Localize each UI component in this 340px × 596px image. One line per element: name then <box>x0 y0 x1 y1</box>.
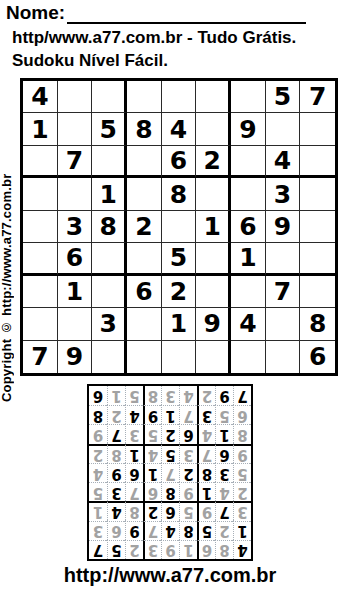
sudoku-cell: 7 <box>107 424 125 443</box>
sudoku-cell <box>196 81 231 113</box>
sudoku-cell: 8 <box>143 386 161 405</box>
sudoku-cell: 2 <box>107 405 125 424</box>
sudoku-cell: 1 <box>107 386 125 405</box>
sudoku-cell <box>23 211 58 243</box>
sudoku-cell: 7 <box>266 276 301 308</box>
sudoku-cell: 4 <box>107 501 125 520</box>
sudoku-cell <box>196 243 231 275</box>
sudoku-cell: 1 <box>197 482 215 501</box>
sudoku-cell: 9 <box>89 424 107 443</box>
sudoku-cell <box>231 146 266 178</box>
sudoku-cell <box>266 243 301 275</box>
sudoku-cell: 5 <box>92 113 127 145</box>
sudoku-cell: 3 <box>266 178 301 210</box>
sudoku-cell: 6 <box>89 386 107 405</box>
sudoku-cell <box>92 243 127 275</box>
sudoku-cell: 7 <box>179 405 197 424</box>
sudoku-cell: 2 <box>215 521 233 540</box>
sudoku-cell: 7 <box>143 521 161 540</box>
sudoku-cell: 8 <box>107 444 125 463</box>
sudoku-cell: 3 <box>125 424 143 443</box>
sudoku-cell: 2 <box>196 146 231 178</box>
sudoku-cell: 8 <box>162 178 197 210</box>
sudoku-cell <box>58 308 93 340</box>
sudoku-cell: 4 <box>231 308 266 340</box>
sudoku-cell: 3 <box>143 540 161 559</box>
sudoku-cell <box>231 81 266 113</box>
sudoku-cell: 4 <box>125 405 143 424</box>
sudoku-cell: 1 <box>231 243 266 275</box>
sudoku-cell <box>266 113 301 145</box>
sudoku-cell: 5 <box>143 424 161 443</box>
sudoku-cell: 1 <box>89 501 107 520</box>
sudoku-cell: 4 <box>179 386 197 405</box>
sudoku-cell: 1 <box>196 211 231 243</box>
sudoku-cell: 9 <box>233 444 251 463</box>
sudoku-cell <box>162 81 197 113</box>
sudoku-cell: 5 <box>233 463 251 482</box>
sudoku-cell: 5 <box>266 81 301 113</box>
sudoku-cell: 7 <box>89 540 107 559</box>
site-tagline: http/www.a77.com.br - Tudo Grátis. <box>12 28 340 48</box>
sudoku-cell: 4 <box>197 424 215 443</box>
sudoku-cell <box>231 178 266 210</box>
sudoku-cell: 8 <box>197 463 215 482</box>
sudoku-cell: 6 <box>197 540 215 559</box>
solution-grid-rotated: 4861932571258479633795628412419867355382… <box>87 384 253 561</box>
sudoku-cell: 3 <box>58 211 93 243</box>
sudoku-cell: 5 <box>162 243 197 275</box>
sudoku-cell <box>23 276 58 308</box>
sudoku-cell: 3 <box>197 405 215 424</box>
sudoku-cell: 1 <box>161 405 179 424</box>
sudoku-cell: 8 <box>179 521 197 540</box>
sudoku-cell: 6 <box>231 211 266 243</box>
sudoku-cell <box>300 113 335 145</box>
sudoku-cell <box>92 276 127 308</box>
sudoku-cell <box>196 341 231 373</box>
sudoku-cell: 2 <box>89 444 107 463</box>
copyright-vertical-text: Copyright © http://www.a77.com.br <box>0 140 19 436</box>
sudoku-cell <box>127 308 162 340</box>
sudoku-cell <box>162 211 197 243</box>
sudoku-cell <box>300 146 335 178</box>
sudoku-cell: 3 <box>107 482 125 501</box>
sudoku-cell: 3 <box>161 386 179 405</box>
sudoku-cell: 9 <box>197 501 215 520</box>
sudoku-cell: 6 <box>107 521 125 540</box>
sudoku-cell: 5 <box>179 501 197 520</box>
sudoku-cell: 5 <box>89 482 107 501</box>
sudoku-cell <box>231 341 266 373</box>
sudoku-cell <box>92 341 127 373</box>
sudoku-cell: 6 <box>300 341 335 373</box>
puzzle-grid: 457158497624183382169651162731948796 <box>20 78 338 376</box>
sudoku-cell: 4 <box>143 444 161 463</box>
sudoku-cell: 7 <box>58 146 93 178</box>
sudoku-cell: 7 <box>23 341 58 373</box>
sudoku-cell: 1 <box>58 276 93 308</box>
sudoku-cell <box>300 211 335 243</box>
sudoku-cell <box>266 308 301 340</box>
sudoku-cell: 3 <box>179 444 197 463</box>
sudoku-cell <box>58 178 93 210</box>
sudoku-cell: 8 <box>89 405 107 424</box>
sudoku-cell <box>162 341 197 373</box>
sudoku-cell: 9 <box>125 521 143 540</box>
sudoku-cell <box>300 178 335 210</box>
sudoku-cell <box>266 341 301 373</box>
sudoku-cell <box>127 81 162 113</box>
sudoku-cell <box>23 178 58 210</box>
sudoku-cell: 8 <box>161 482 179 501</box>
sudoku-cell: 2 <box>197 386 215 405</box>
sudoku-cell: 4 <box>215 482 233 501</box>
sudoku-cell: 5 <box>125 386 143 405</box>
sudoku-cell: 8 <box>127 113 162 145</box>
sudoku-cell: 6 <box>179 424 197 443</box>
sudoku-cell <box>23 146 58 178</box>
name-label: Nome: <box>6 2 65 24</box>
sudoku-cell: 2 <box>143 501 161 520</box>
puzzle-title: Sudoku Nível Fácil. <box>12 51 340 71</box>
sudoku-cell: 4 <box>161 521 179 540</box>
sudoku-cell: 7 <box>161 463 179 482</box>
sudoku-cell: 4 <box>23 81 58 113</box>
sudoku-cell <box>58 81 93 113</box>
footer-url: http://www.a77.com.br <box>0 564 340 587</box>
sudoku-cell: 9 <box>107 463 125 482</box>
sudoku-cell: 6 <box>215 444 233 463</box>
sudoku-cell: 1 <box>125 444 143 463</box>
sudoku-cell: 4 <box>162 113 197 145</box>
sudoku-cell: 6 <box>143 482 161 501</box>
sudoku-cell: 6 <box>233 405 251 424</box>
sudoku-cell <box>127 146 162 178</box>
sudoku-cell: 9 <box>196 308 231 340</box>
sudoku-cell <box>196 276 231 308</box>
sudoku-cell: 9 <box>143 405 161 424</box>
sudoku-cell: 4 <box>233 540 251 559</box>
sudoku-cell: 3 <box>92 308 127 340</box>
name-blank-line <box>67 4 306 24</box>
sudoku-cell <box>231 276 266 308</box>
sudoku-cell: 4 <box>89 463 107 482</box>
sudoku-cell <box>127 243 162 275</box>
sudoku-cell: 1 <box>92 178 127 210</box>
sudoku-cell: 9 <box>161 540 179 559</box>
sudoku-cell: 2 <box>179 463 197 482</box>
sudoku-cell: 1 <box>162 308 197 340</box>
sudoku-cell: 7 <box>197 444 215 463</box>
sudoku-cell: 1 <box>143 463 161 482</box>
sudoku-cell <box>58 113 93 145</box>
sudoku-cell: 2 <box>125 540 143 559</box>
sudoku-cell: 9 <box>179 482 197 501</box>
name-row: Nome: <box>6 2 306 24</box>
sudoku-cell: 9 <box>215 386 233 405</box>
sudoku-cell: 1 <box>179 540 197 559</box>
sudoku-cell: 8 <box>233 424 251 443</box>
sudoku-cell: 5 <box>161 444 179 463</box>
sudoku-cell: 4 <box>266 146 301 178</box>
sudoku-cell <box>300 276 335 308</box>
sudoku-cell <box>127 341 162 373</box>
sudoku-cell <box>92 146 127 178</box>
sudoku-cell: 1 <box>23 113 58 145</box>
sudoku-cell: 8 <box>92 211 127 243</box>
sudoku-cell: 2 <box>127 211 162 243</box>
sudoku-cell: 5 <box>197 521 215 540</box>
sudoku-cell: 6 <box>161 501 179 520</box>
sudoku-cell <box>196 178 231 210</box>
sudoku-cell: 3 <box>89 521 107 540</box>
sudoku-cell: 8 <box>215 540 233 559</box>
sudoku-cell: 9 <box>231 113 266 145</box>
sudoku-cell: 7 <box>233 386 251 405</box>
sudoku-cell: 7 <box>300 81 335 113</box>
sudoku-cell <box>127 178 162 210</box>
sudoku-cell: 3 <box>233 501 251 520</box>
sudoku-cell <box>300 243 335 275</box>
sudoku-cell: 8 <box>300 308 335 340</box>
sudoku-cell: 2 <box>233 482 251 501</box>
sudoku-cell: 3 <box>215 463 233 482</box>
sudoku-cell: 8 <box>125 501 143 520</box>
sudoku-cell <box>92 81 127 113</box>
sudoku-cell: 6 <box>58 243 93 275</box>
sudoku-cell: 9 <box>58 341 93 373</box>
sudoku-cell: 2 <box>161 424 179 443</box>
sudoku-cell <box>196 113 231 145</box>
sudoku-cell: 7 <box>215 501 233 520</box>
sudoku-cell: 6 <box>125 463 143 482</box>
sudoku-cell: 6 <box>127 276 162 308</box>
sudoku-cell <box>23 308 58 340</box>
sudoku-cell: 2 <box>162 276 197 308</box>
sudoku-cell: 1 <box>215 424 233 443</box>
sudoku-cell <box>23 243 58 275</box>
sudoku-cell: 9 <box>266 211 301 243</box>
sudoku-cell: 5 <box>215 405 233 424</box>
sudoku-cell: 1 <box>233 521 251 540</box>
header: Nome: http/www.a77.com.br - Tudo Grátis.… <box>0 0 340 71</box>
sudoku-cell: 5 <box>107 540 125 559</box>
sudoku-cell: 7 <box>125 482 143 501</box>
sudoku-cell: 6 <box>162 146 197 178</box>
